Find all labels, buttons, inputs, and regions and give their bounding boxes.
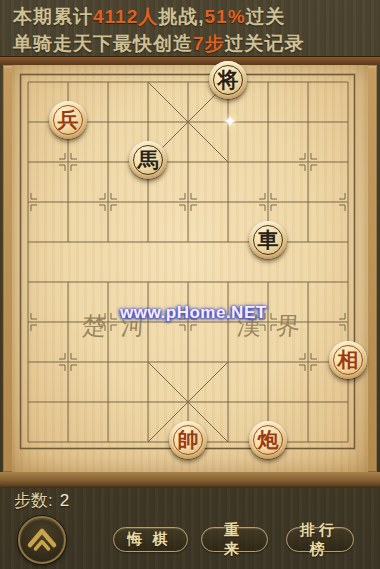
stats-prefix: 本期累计: [13, 6, 93, 27]
record-steps: 7步: [193, 33, 225, 54]
piece-character: 馬: [129, 141, 167, 179]
step-counter: 步数:2: [14, 489, 69, 512]
piece-character: 帥: [169, 421, 207, 459]
pass-rate: 51%: [205, 6, 246, 27]
restart-button[interactable]: 重来: [201, 527, 268, 552]
record-suffix: 过关记录: [225, 33, 305, 54]
game-screen: 本期累计4112人挑战,51%过关 单骑走天下最快创造7步过关记录 楚河 漢界 …: [0, 0, 380, 569]
piece-character: 兵: [49, 101, 87, 139]
record-line: 单骑走天下最快创造7步过关记录: [13, 31, 305, 57]
piece-character: 将: [209, 61, 247, 99]
piece-cannon-red[interactable]: 炮: [249, 421, 287, 459]
piece-character: 車: [249, 221, 287, 259]
stats-mid: 挑战,: [158, 6, 204, 27]
expand-button[interactable]: [18, 516, 66, 564]
piece-horse-black[interactable]: 馬: [129, 141, 167, 179]
piece-character: 炮: [249, 421, 287, 459]
xiangqi-board[interactable]: 楚河 漢界 www.pHome.NET 将兵馬車相帥炮 ✦: [0, 56, 380, 488]
step-counter-label: 步数:: [14, 491, 53, 510]
piece-elephant-red[interactable]: 相: [329, 341, 367, 379]
chevron-up-icon: [20, 518, 64, 562]
record-prefix: 单骑走天下最快创造: [13, 33, 193, 54]
board-front-edge: [0, 472, 380, 488]
stats-suffix: 过关: [246, 6, 286, 27]
piece-general-red[interactable]: 帥: [169, 421, 207, 459]
piece-character: 相: [329, 341, 367, 379]
piece-general-black[interactable]: 将: [209, 61, 247, 99]
challenger-count: 4112人: [93, 6, 158, 27]
undo-button[interactable]: 悔棋: [113, 527, 188, 552]
challenge-stats-line: 本期累计4112人挑战,51%过关: [13, 4, 286, 30]
step-counter-value: 2: [60, 491, 69, 510]
watermark-text: www.pHome.NET: [120, 303, 267, 323]
board-back-edge: [0, 56, 380, 65]
piece-chariot-black[interactable]: 車: [249, 221, 287, 259]
piece-soldier-red[interactable]: 兵: [49, 101, 87, 139]
leaderboard-button[interactable]: 排行榜: [286, 527, 354, 552]
